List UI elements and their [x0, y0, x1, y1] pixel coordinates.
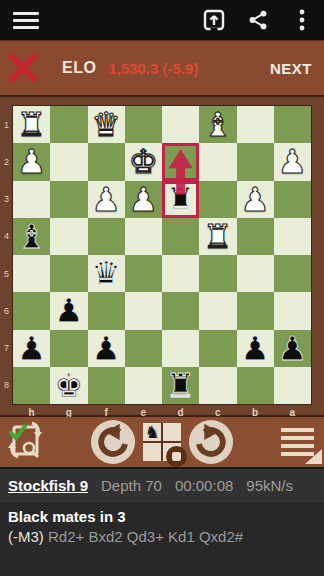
- square-h7[interactable]: ♟: [13, 330, 50, 367]
- square-d8[interactable]: ♜: [162, 367, 199, 404]
- square-h6[interactable]: [13, 292, 50, 329]
- red-x-icon[interactable]: [0, 54, 46, 82]
- square-c4[interactable]: ♜: [199, 218, 236, 255]
- white-pawn: ♟: [91, 183, 121, 216]
- square-e2[interactable]: ♚: [125, 143, 162, 180]
- eval-score: (-M3): [8, 528, 44, 545]
- square-f2[interactable]: [88, 143, 125, 180]
- white-bishop: ♝: [203, 108, 233, 141]
- board-area: 12345678 ♜♛♝♟♚♟♟♟♜♟♝♜♛♟♟♟♟♟♚♜ hgfedcba: [0, 95, 324, 417]
- square-e7[interactable]: [125, 330, 162, 367]
- white-king: ♚: [129, 145, 159, 178]
- elo-value: 1,530.3 (-5.9): [108, 60, 198, 77]
- square-e5[interactable]: [125, 255, 162, 292]
- square-d1[interactable]: [162, 106, 199, 143]
- principal-variation: (-M3) Rd2+ Bxd2 Qd3+ Kd1 Qxd2#: [8, 528, 316, 545]
- rank-labels: 12345678: [0, 106, 13, 404]
- rank-label-7: 7: [0, 330, 13, 367]
- square-g6[interactable]: ♟: [50, 292, 87, 329]
- square-b3[interactable]: ♟: [237, 181, 274, 218]
- square-b7[interactable]: ♟: [237, 330, 274, 367]
- share-icon[interactable]: [236, 0, 280, 40]
- square-e1[interactable]: [125, 106, 162, 143]
- square-e3[interactable]: ♟: [125, 181, 162, 218]
- black-rook: ♜: [166, 183, 196, 216]
- mate-announcement: Black mates in 3: [8, 508, 316, 525]
- chess-board: ♜♛♝♟♚♟♟♟♜♟♝♜♛♟♟♟♟♟♚♜: [13, 106, 311, 404]
- elo-label: ELO: [62, 59, 96, 77]
- rank-label-3: 3: [0, 181, 13, 218]
- rank-label-6: 6: [0, 292, 13, 329]
- white-pawn: ♟: [240, 183, 270, 216]
- square-d2[interactable]: [162, 143, 199, 180]
- piece-badge-icon: [166, 446, 187, 467]
- square-a7[interactable]: ♟: [274, 330, 311, 367]
- square-e8[interactable]: [125, 367, 162, 404]
- black-pawn: ♟: [54, 294, 84, 327]
- square-c7[interactable]: [199, 330, 236, 367]
- resize-corner-icon[interactable]: [305, 449, 322, 464]
- next-button[interactable]: NEXT: [270, 60, 312, 77]
- square-c1[interactable]: ♝: [199, 106, 236, 143]
- white-pawn: ♟: [17, 145, 47, 178]
- open-in-new-icon[interactable]: [192, 0, 236, 40]
- square-f4[interactable]: [88, 218, 125, 255]
- engine-status-bar: Stockfish 9 Depth 70 00:00:08 95kN/s: [0, 467, 324, 502]
- square-c5[interactable]: [199, 255, 236, 292]
- square-b8[interactable]: [237, 367, 274, 404]
- square-d6[interactable]: [162, 292, 199, 329]
- square-f8[interactable]: [88, 367, 125, 404]
- move-line: Rd2+ Bxd2 Qd3+ Kd1 Qxd2#: [48, 528, 243, 545]
- square-b6[interactable]: [237, 292, 274, 329]
- white-queen: ♛: [91, 108, 121, 141]
- knight-icon: ♞: [144, 424, 159, 441]
- top-bar: [0, 0, 324, 40]
- redo-button[interactable]: [188, 419, 234, 465]
- undo-button[interactable]: [90, 419, 136, 465]
- square-c6[interactable]: [199, 292, 236, 329]
- square-a2[interactable]: ♟: [274, 143, 311, 180]
- black-pawn: ♟: [17, 332, 47, 365]
- square-c3[interactable]: [199, 181, 236, 218]
- white-pawn: ♟: [278, 145, 308, 178]
- overflow-menu-icon[interactable]: [280, 0, 324, 40]
- square-g5[interactable]: [50, 255, 87, 292]
- square-g4[interactable]: [50, 218, 87, 255]
- bottom-toolbar: ♞: [0, 417, 324, 467]
- square-d7[interactable]: [162, 330, 199, 367]
- square-g2[interactable]: [50, 143, 87, 180]
- square-g3[interactable]: [50, 181, 87, 218]
- square-a5[interactable]: [274, 255, 311, 292]
- square-d4[interactable]: [162, 218, 199, 255]
- white-rook: ♜: [203, 220, 233, 253]
- square-f6[interactable]: [88, 292, 125, 329]
- black-queen: ♛: [91, 257, 121, 290]
- square-a1[interactable]: [274, 106, 311, 143]
- engine-name[interactable]: Stockfish 9: [8, 477, 88, 494]
- black-rook: ♜: [166, 369, 196, 402]
- engine-speed: 95kN/s: [246, 477, 293, 494]
- analysis-panel: Black mates in 3 (-M3) Rd2+ Bxd2 Qd3+ Kd…: [0, 502, 324, 576]
- square-b1[interactable]: [237, 106, 274, 143]
- rank-label-8: 8: [0, 367, 13, 404]
- square-h2[interactable]: ♟: [13, 143, 50, 180]
- black-pawn: ♟: [91, 332, 121, 365]
- square-e6[interactable]: [125, 292, 162, 329]
- square-b5[interactable]: [237, 255, 274, 292]
- square-h4[interactable]: ♝: [13, 218, 50, 255]
- square-a8[interactable]: [274, 367, 311, 404]
- rank-label-4: 4: [0, 218, 13, 255]
- board-editor-button[interactable]: ♞: [143, 423, 181, 461]
- square-h1[interactable]: ♜: [13, 106, 50, 143]
- square-h5[interactable]: [13, 255, 50, 292]
- white-pawn: ♟: [129, 183, 159, 216]
- black-king: ♚: [54, 369, 84, 402]
- rank-label-5: 5: [0, 255, 13, 292]
- square-f7[interactable]: ♟: [88, 330, 125, 367]
- analysis-verify-icon[interactable]: [8, 420, 42, 464]
- square-b4[interactable]: [237, 218, 274, 255]
- rank-label-1: 1: [0, 106, 13, 143]
- hamburger-menu-icon[interactable]: [13, 12, 39, 29]
- square-a6[interactable]: [274, 292, 311, 329]
- toolbar-center-group: ♞: [90, 419, 234, 465]
- engine-time: 00:00:08: [175, 477, 233, 494]
- white-rook: ♜: [17, 108, 47, 141]
- square-b2[interactable]: [237, 143, 274, 180]
- square-g1[interactable]: [50, 106, 87, 143]
- square-g7[interactable]: [50, 330, 87, 367]
- square-f1[interactable]: ♛: [88, 106, 125, 143]
- square-c2[interactable]: [199, 143, 236, 180]
- square-d5[interactable]: [162, 255, 199, 292]
- square-f3[interactable]: ♟: [88, 181, 125, 218]
- square-e4[interactable]: [125, 218, 162, 255]
- square-c8[interactable]: [199, 367, 236, 404]
- square-a3[interactable]: [274, 181, 311, 218]
- black-pawn: ♟: [278, 332, 308, 365]
- elo-bar: ELO 1,530.3 (-5.9) NEXT: [0, 40, 324, 95]
- square-h8[interactable]: [13, 367, 50, 404]
- square-h3[interactable]: [13, 181, 50, 218]
- black-pawn: ♟: [240, 332, 270, 365]
- square-f5[interactable]: ♛: [88, 255, 125, 292]
- square-g8[interactable]: ♚: [50, 367, 87, 404]
- square-d3[interactable]: ♜: [162, 181, 199, 218]
- engine-depth: Depth 70: [101, 477, 162, 494]
- black-bishop: ♝: [17, 220, 47, 253]
- top-bar-actions: [192, 0, 324, 40]
- app-screen: ELO 1,530.3 (-5.9) NEXT 12345678 ♜♛♝♟♚♟♟…: [0, 0, 324, 576]
- rank-label-2: 2: [0, 143, 13, 180]
- square-a4[interactable]: [274, 218, 311, 255]
